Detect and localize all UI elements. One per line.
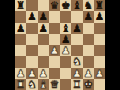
square-d7[interactable] xyxy=(49,11,60,22)
black-king: ♚ xyxy=(61,0,70,11)
square-h6[interactable] xyxy=(94,23,105,34)
square-b2[interactable]: ♟ xyxy=(26,68,37,79)
square-g6[interactable] xyxy=(83,23,94,34)
square-c4[interactable] xyxy=(38,45,49,56)
square-d8[interactable]: ♛ xyxy=(49,0,60,11)
square-b8[interactable] xyxy=(26,0,37,11)
square-b1[interactable]: ♞ xyxy=(26,79,37,90)
black-pawn: ♟ xyxy=(95,11,104,22)
square-c7[interactable]: ♟ xyxy=(38,11,49,22)
black-pawn: ♟ xyxy=(27,11,36,22)
square-e4[interactable]: ♟ xyxy=(60,45,71,56)
square-e1[interactable] xyxy=(60,79,71,90)
black-rook: ♜ xyxy=(16,0,25,11)
square-f8[interactable]: ♝ xyxy=(71,0,82,11)
black-rook: ♜ xyxy=(95,0,104,11)
square-a8[interactable]: ♜ xyxy=(15,0,26,11)
black-knight: ♞ xyxy=(83,0,92,11)
square-e8[interactable]: ♚ xyxy=(60,0,71,11)
black-bishop: ♝ xyxy=(61,23,70,34)
square-g1[interactable]: ♚ xyxy=(83,79,94,90)
square-c2[interactable]: ♟ xyxy=(38,68,49,79)
square-g3[interactable] xyxy=(83,56,94,67)
square-h3[interactable] xyxy=(94,56,105,67)
square-a1[interactable]: ♜ xyxy=(15,79,26,90)
square-a5[interactable] xyxy=(15,34,26,45)
square-h4[interactable] xyxy=(94,45,105,56)
black-pawn: ♟ xyxy=(72,23,81,34)
square-a7[interactable] xyxy=(15,11,26,22)
square-h7[interactable]: ♟ xyxy=(94,11,105,22)
black-bishop: ♝ xyxy=(72,0,81,11)
white-pawn: ♟ xyxy=(16,68,25,79)
square-a6[interactable]: ♟ xyxy=(15,23,26,34)
square-e2[interactable] xyxy=(60,68,71,79)
white-pawn: ♟ xyxy=(61,45,70,56)
square-f2[interactable]: ♟ xyxy=(71,68,82,79)
square-a2[interactable]: ♟ xyxy=(15,68,26,79)
square-e3[interactable] xyxy=(60,56,71,67)
square-f5[interactable] xyxy=(71,34,82,45)
square-e5[interactable]: ♟ xyxy=(60,34,71,45)
square-d3[interactable] xyxy=(49,56,60,67)
black-pawn: ♟ xyxy=(16,23,25,34)
white-rook: ♜ xyxy=(72,79,81,90)
square-d4[interactable]: ♟ xyxy=(49,45,60,56)
square-h8[interactable]: ♜ xyxy=(94,0,105,11)
square-b4[interactable] xyxy=(26,45,37,56)
square-a4[interactable] xyxy=(15,45,26,56)
white-pawn: ♟ xyxy=(27,68,36,79)
square-d1[interactable]: ♛ xyxy=(49,79,60,90)
white-knight: ♞ xyxy=(27,79,36,90)
square-h1[interactable] xyxy=(94,79,105,90)
letterbox-left xyxy=(0,0,15,90)
square-b3[interactable] xyxy=(26,56,37,67)
square-d2[interactable] xyxy=(49,68,60,79)
black-pawn: ♟ xyxy=(38,11,47,22)
square-e6[interactable]: ♝ xyxy=(60,23,71,34)
white-pawn: ♟ xyxy=(38,68,47,79)
square-g7[interactable]: ♟ xyxy=(83,11,94,22)
black-pawn: ♟ xyxy=(83,11,92,22)
square-a3[interactable] xyxy=(15,56,26,67)
square-e7[interactable] xyxy=(60,11,71,22)
square-f1[interactable]: ♜ xyxy=(71,79,82,90)
black-pawn: ♟ xyxy=(61,34,70,45)
square-b5[interactable] xyxy=(26,34,37,45)
white-knight: ♞ xyxy=(72,56,81,67)
square-c5[interactable] xyxy=(38,34,49,45)
square-f3[interactable]: ♞ xyxy=(71,56,82,67)
white-king: ♚ xyxy=(83,79,92,90)
white-pawn: ♟ xyxy=(83,68,92,79)
white-bishop: ♝ xyxy=(38,79,47,90)
square-b7[interactable]: ♟ xyxy=(26,11,37,22)
square-g2[interactable]: ♟ xyxy=(83,68,94,79)
square-d6[interactable] xyxy=(49,23,60,34)
black-pawn: ♟ xyxy=(38,23,47,34)
letterbox-right xyxy=(105,0,120,90)
square-c6[interactable]: ♟ xyxy=(38,23,49,34)
square-c8[interactable] xyxy=(38,0,49,11)
square-h5[interactable] xyxy=(94,34,105,45)
white-queen: ♛ xyxy=(50,79,59,90)
black-queen: ♛ xyxy=(50,0,59,11)
square-b6[interactable] xyxy=(26,23,37,34)
square-c3[interactable] xyxy=(38,56,49,67)
white-pawn: ♟ xyxy=(50,45,59,56)
square-h2[interactable]: ♟ xyxy=(94,68,105,79)
video-frame: ♜♛♚♝♞♜♟♟♟♟♟♟♝♟♟♟♟♞♟♟♟♟♟♟♜♞♝♛♜♚ xyxy=(0,0,120,90)
chess-board[interactable]: ♜♛♚♝♞♜♟♟♟♟♟♟♝♟♟♟♟♞♟♟♟♟♟♟♜♞♝♛♜♚ xyxy=(15,0,105,90)
square-f6[interactable]: ♟ xyxy=(71,23,82,34)
square-c1[interactable]: ♝ xyxy=(38,79,49,90)
square-g5[interactable] xyxy=(83,34,94,45)
square-f7[interactable] xyxy=(71,11,82,22)
square-f4[interactable] xyxy=(71,45,82,56)
white-pawn: ♟ xyxy=(72,68,81,79)
square-g4[interactable] xyxy=(83,45,94,56)
square-d5[interactable] xyxy=(49,34,60,45)
square-g8[interactable]: ♞ xyxy=(83,0,94,11)
white-rook: ♜ xyxy=(16,79,25,90)
white-pawn: ♟ xyxy=(95,68,104,79)
